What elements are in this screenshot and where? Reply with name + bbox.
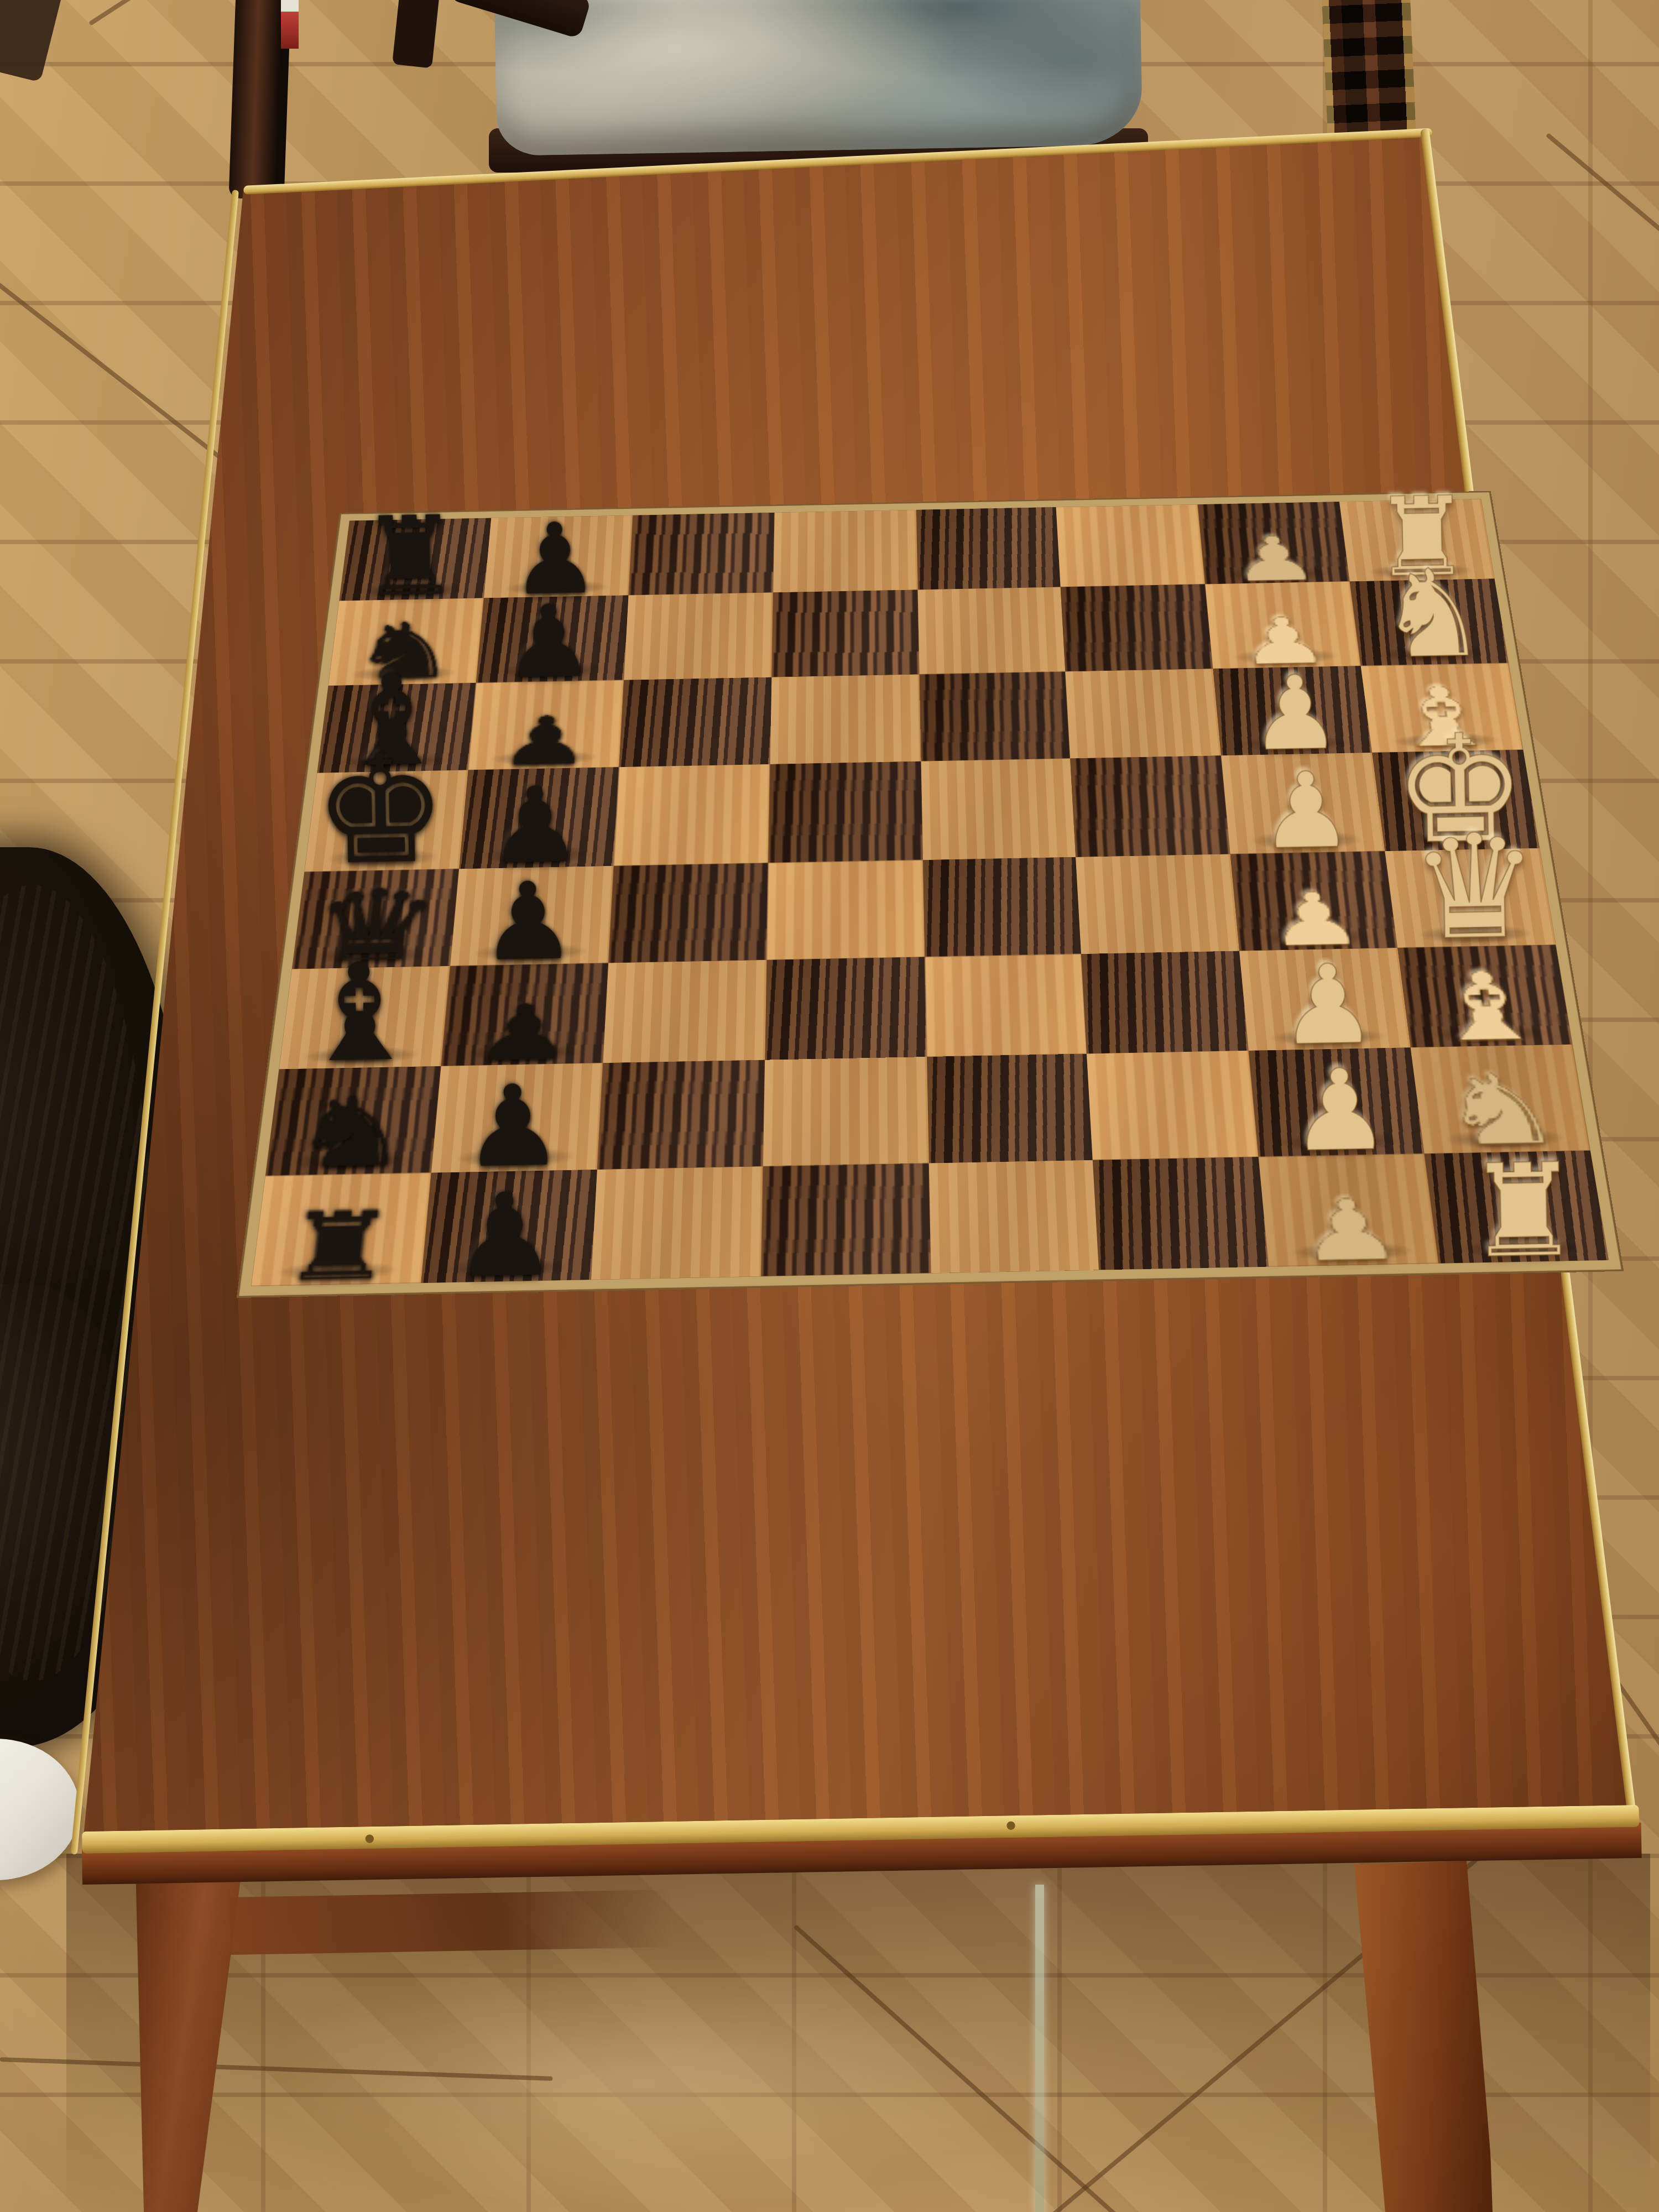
piece-wR[interactable]: ♜ <box>1464 1152 1580 1270</box>
square[interactable] <box>926 1054 1093 1162</box>
square[interactable]: ♟ <box>1240 947 1411 1051</box>
square[interactable]: ♟ <box>1198 502 1350 585</box>
square[interactable]: ♟ <box>476 596 628 682</box>
piece-bP[interactable]: ♟ <box>453 1184 558 1289</box>
square[interactable] <box>773 510 917 593</box>
square[interactable]: ♚ <box>305 770 468 872</box>
square[interactable] <box>619 677 771 768</box>
square[interactable] <box>1093 1156 1269 1270</box>
square[interactable]: ♟ <box>1222 753 1385 854</box>
square[interactable]: ♟ <box>441 963 608 1067</box>
square[interactable] <box>1076 854 1239 954</box>
square[interactable] <box>928 1159 1100 1273</box>
square[interactable] <box>608 863 768 963</box>
red-object-behind-chair <box>281 0 299 49</box>
square[interactable]: ♟ <box>421 1169 597 1283</box>
square[interactable] <box>1082 951 1249 1054</box>
square[interactable] <box>769 674 920 765</box>
piece-bR[interactable]: ♜ <box>361 507 461 607</box>
chair-left-leg <box>392 0 440 68</box>
piece-bP[interactable]: ♟ <box>479 874 577 972</box>
piece-wP[interactable]: ♟ <box>1229 531 1322 588</box>
chessboard-surface: ♜♟♟♜♞♟♟♞♝♟♟♝♚♟♟♚♛♟♟♛♝♟♟♝♞♟♟♞♜♟♟♜ <box>239 492 1621 1296</box>
square[interactable] <box>1087 1051 1259 1159</box>
square[interactable]: ♜ <box>251 1172 431 1286</box>
table-apron <box>229 1890 673 1955</box>
piece-bP[interactable]: ♟ <box>462 1076 564 1178</box>
square[interactable]: ♟ <box>1231 851 1398 951</box>
square[interactable]: ♟ <box>431 1063 603 1172</box>
piece-wP[interactable]: ♟ <box>1279 957 1379 1057</box>
square[interactable] <box>924 953 1088 1057</box>
square[interactable] <box>1057 504 1206 587</box>
square[interactable]: ♟ <box>459 768 619 869</box>
square[interactable]: ♟ <box>450 865 613 966</box>
square[interactable]: ♟ <box>468 680 623 770</box>
square[interactable] <box>613 765 769 866</box>
square[interactable] <box>917 587 1066 674</box>
square[interactable]: ♞ <box>1350 579 1508 665</box>
square[interactable] <box>591 1166 762 1280</box>
chessboard: ♜♟♟♜♞♟♟♞♝♟♟♝♚♟♟♚♛♟♟♛♝♟♟♝♞♟♟♞♜♟♟♜ <box>221 341 1599 1305</box>
piece-bP[interactable]: ♟ <box>503 597 594 688</box>
square[interactable] <box>922 857 1082 957</box>
piece-wP[interactable]: ♟ <box>1290 1060 1392 1162</box>
square[interactable] <box>1071 756 1230 857</box>
square[interactable] <box>760 1162 930 1276</box>
square[interactable]: ♛ <box>1385 848 1556 947</box>
square[interactable] <box>915 507 1061 590</box>
square[interactable] <box>764 957 926 1060</box>
square[interactable] <box>920 759 1077 860</box>
piece-wP[interactable]: ♟ <box>1259 764 1355 859</box>
square[interactable] <box>762 1057 927 1166</box>
square[interactable] <box>628 513 774 596</box>
piece-bK[interactable]: ♚ <box>313 742 448 878</box>
piece-wN[interactable]: ♞ <box>1378 561 1489 671</box>
chair-seat-cushion <box>494 0 1142 156</box>
square[interactable]: ♜ <box>1425 1150 1609 1263</box>
square[interactable] <box>771 590 919 677</box>
square[interactable]: ♟ <box>1249 1048 1425 1156</box>
square[interactable]: ♜ <box>339 518 491 602</box>
square[interactable] <box>597 1060 764 1168</box>
square[interactable]: ♝ <box>279 966 450 1070</box>
photo-scene: Overhead photo of a luxury Staunton ches… <box>0 0 1659 2212</box>
piece-bP[interactable]: ♟ <box>472 999 575 1070</box>
square[interactable] <box>1066 669 1222 759</box>
square[interactable] <box>623 593 772 680</box>
square[interactable] <box>602 959 766 1063</box>
piece-wP[interactable]: ♟ <box>1250 668 1343 761</box>
glass-pane-edge <box>1035 1885 1044 2212</box>
square[interactable] <box>766 860 924 960</box>
square[interactable] <box>1061 585 1213 671</box>
piece-wB[interactable]: ♝ <box>1421 964 1553 1051</box>
piece-wP[interactable]: ♟ <box>1296 1193 1406 1271</box>
piece-bB[interactable]: ♝ <box>298 953 421 1076</box>
square[interactable] <box>768 761 922 863</box>
piece-bN[interactable]: ♞ <box>287 1089 418 1179</box>
piece-wQ[interactable]: ♛ <box>1410 822 1541 954</box>
square[interactable]: ♞ <box>265 1067 441 1176</box>
board-grid: ♜♟♟♜♞♟♟♞♝♟♟♝♚♟♟♚♛♟♟♛♝♟♟♝♞♟♟♞♜♟♟♜ <box>251 499 1608 1286</box>
piece-bR[interactable]: ♜ <box>278 1203 401 1291</box>
square[interactable]: ♝ <box>1398 945 1573 1048</box>
square[interactable]: ♟ <box>1259 1153 1439 1266</box>
square[interactable]: ♟ <box>1213 666 1372 756</box>
square[interactable] <box>919 671 1071 761</box>
